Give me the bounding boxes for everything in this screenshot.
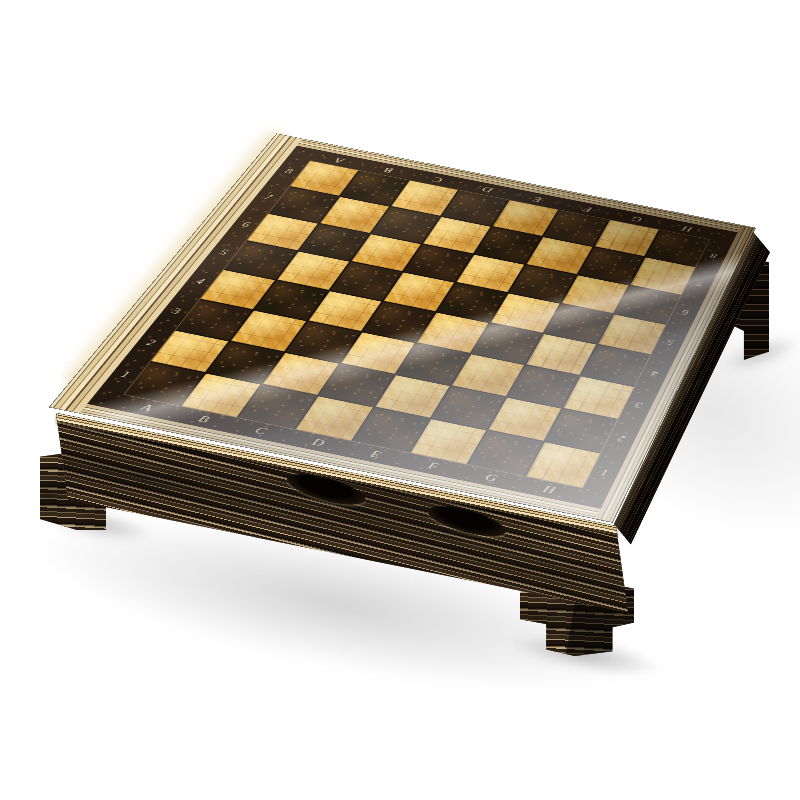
handle-notch-right [426, 500, 506, 542]
product-photo-scene: ABCDEFGHABCDEFGH1234567887654321 [0, 0, 800, 800]
handle-notch-left [286, 468, 366, 510]
